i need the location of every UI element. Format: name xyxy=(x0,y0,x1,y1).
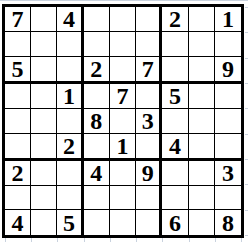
sudoku-cell-r7c2[interactable] xyxy=(31,161,57,186)
spreadsheet-gridline-stub-right xyxy=(245,108,248,109)
sudoku-cell-r8c5[interactable] xyxy=(110,186,136,211)
spreadsheet-gridline-stub-bottom xyxy=(5,238,6,242)
sudoku-cell-r7c7[interactable] xyxy=(162,161,188,186)
spreadsheet-gridline-stub-bottom xyxy=(241,238,242,242)
sudoku-cell-r2c7[interactable] xyxy=(162,32,188,57)
sudoku-cell-r6c9[interactable] xyxy=(215,134,241,161)
sudoku-cell-r8c1[interactable] xyxy=(5,186,31,211)
sudoku-cell-r7c6[interactable]: 9 xyxy=(136,161,162,186)
sudoku-cell-r8c2[interactable] xyxy=(31,186,57,211)
spreadsheet-gridline-stub-right xyxy=(245,184,248,185)
sudoku-cell-r3c5[interactable] xyxy=(110,57,136,84)
sudoku-cell-r6c6[interactable] xyxy=(136,134,162,161)
sudoku-cell-r4c5[interactable]: 7 xyxy=(110,84,136,109)
sudoku-cell-r6c1[interactable] xyxy=(5,134,31,161)
sudoku-screenshot: 742152791758321424934568 xyxy=(0,0,248,242)
spreadsheet-gridline-top xyxy=(0,0,248,1)
sudoku-cell-r9c9[interactable]: 8 xyxy=(215,210,241,235)
sudoku-cell-r7c4[interactable]: 4 xyxy=(84,161,110,186)
spreadsheet-gridline-stub-right xyxy=(245,83,248,84)
spreadsheet-gridline-stub-right xyxy=(245,134,248,135)
sudoku-cell-r3c9[interactable]: 9 xyxy=(215,57,241,84)
sudoku-cell-r5c8[interactable] xyxy=(189,109,215,134)
spreadsheet-gridline-stub-right xyxy=(245,7,248,8)
spreadsheet-gridline-stub-right xyxy=(245,32,248,33)
sudoku-cell-r1c5[interactable] xyxy=(110,7,136,32)
sudoku-cell-r2c4[interactable] xyxy=(84,32,110,57)
sudoku-cell-r8c4[interactable] xyxy=(84,186,110,211)
sudoku-cell-r3c8[interactable] xyxy=(189,57,215,84)
spreadsheet-gridline-stub-bottom xyxy=(84,238,85,242)
sudoku-cell-r5c6[interactable]: 3 xyxy=(136,109,162,134)
sudoku-cell-r8c6[interactable] xyxy=(136,186,162,211)
sudoku-cell-r2c9[interactable] xyxy=(215,32,241,57)
sudoku-cell-r5c3[interactable] xyxy=(57,109,83,134)
spreadsheet-gridline-stub-right xyxy=(245,159,248,160)
sudoku-cell-r4c1[interactable] xyxy=(5,84,31,109)
sudoku-cell-r6c4[interactable] xyxy=(84,134,110,161)
sudoku-cell-r4c8[interactable] xyxy=(189,84,215,109)
sudoku-cell-r7c9[interactable]: 3 xyxy=(215,161,241,186)
sudoku-cell-r4c6[interactable] xyxy=(136,84,162,109)
sudoku-cell-r4c2[interactable] xyxy=(31,84,57,109)
sudoku-cell-r9c2[interactable] xyxy=(31,210,57,235)
sudoku-cell-r8c3[interactable] xyxy=(57,186,83,211)
sudoku-cell-r3c4[interactable]: 2 xyxy=(84,57,110,84)
sudoku-cell-r8c9[interactable] xyxy=(215,186,241,211)
sudoku-cell-r2c5[interactable] xyxy=(110,32,136,57)
sudoku-cell-r5c9[interactable] xyxy=(215,109,241,134)
sudoku-cell-r4c9[interactable] xyxy=(215,84,241,109)
spreadsheet-gridline-stub-bottom xyxy=(162,238,163,242)
sudoku-cell-r8c8[interactable] xyxy=(189,186,215,211)
sudoku-cell-r9c5[interactable] xyxy=(110,210,136,235)
spreadsheet-gridline-stub-right xyxy=(245,58,248,59)
sudoku-cell-r1c8[interactable] xyxy=(189,7,215,32)
sudoku-cell-r3c1[interactable]: 5 xyxy=(5,57,31,84)
sudoku-cell-r1c7[interactable]: 2 xyxy=(162,7,188,32)
sudoku-cell-r1c6[interactable] xyxy=(136,7,162,32)
spreadsheet-gridline-stub-right xyxy=(245,210,248,211)
sudoku-cell-r9c6[interactable] xyxy=(136,210,162,235)
sudoku-cell-r9c3[interactable]: 5 xyxy=(57,210,83,235)
sudoku-cell-r7c3[interactable] xyxy=(57,161,83,186)
sudoku-cell-r9c1[interactable]: 4 xyxy=(5,210,31,235)
sudoku-cell-r5c5[interactable] xyxy=(110,109,136,134)
sudoku-cell-r5c4[interactable]: 8 xyxy=(84,109,110,134)
spreadsheet-gridline-stub-bottom xyxy=(189,238,190,242)
spreadsheet-gridline-stub-bottom xyxy=(215,238,216,242)
sudoku-cell-r3c7[interactable] xyxy=(162,57,188,84)
sudoku-cell-r8c7[interactable] xyxy=(162,186,188,211)
sudoku-cell-r1c2[interactable] xyxy=(31,7,57,32)
sudoku-cell-r9c7[interactable]: 6 xyxy=(162,210,188,235)
sudoku-cell-r2c3[interactable] xyxy=(57,32,83,57)
sudoku-cell-r4c3[interactable]: 1 xyxy=(57,84,83,109)
sudoku-board: 742152791758321424934568 xyxy=(2,4,244,238)
sudoku-cell-r1c9[interactable]: 1 xyxy=(215,7,241,32)
spreadsheet-gridline-stub-bottom xyxy=(110,238,111,242)
sudoku-cell-r2c8[interactable] xyxy=(189,32,215,57)
sudoku-cell-r1c4[interactable] xyxy=(84,7,110,32)
sudoku-cell-r5c1[interactable] xyxy=(5,109,31,134)
sudoku-cell-r4c4[interactable] xyxy=(84,84,110,109)
sudoku-cell-r3c3[interactable] xyxy=(57,57,83,84)
sudoku-cell-r9c8[interactable] xyxy=(189,210,215,235)
spreadsheet-gridline-stub-bottom xyxy=(136,238,137,242)
sudoku-cell-r3c2[interactable] xyxy=(31,57,57,84)
sudoku-cell-r6c3[interactable]: 2 xyxy=(57,134,83,161)
spreadsheet-gridline-stub-bottom xyxy=(31,238,32,242)
sudoku-cell-r6c8[interactable] xyxy=(189,134,215,161)
sudoku-cell-r6c5[interactable]: 1 xyxy=(110,134,136,161)
sudoku-cell-r7c1[interactable]: 2 xyxy=(5,161,31,186)
sudoku-cell-r9c4[interactable] xyxy=(84,210,110,235)
sudoku-cell-r2c1[interactable] xyxy=(5,32,31,57)
spreadsheet-gridline-stub-bottom xyxy=(57,238,58,242)
sudoku-cell-r3c6[interactable]: 7 xyxy=(136,57,162,84)
sudoku-cell-r6c7[interactable]: 4 xyxy=(162,134,188,161)
sudoku-cell-r4c7[interactable]: 5 xyxy=(162,84,188,109)
sudoku-cell-r2c2[interactable] xyxy=(31,32,57,57)
sudoku-cell-r5c2[interactable] xyxy=(31,109,57,134)
sudoku-cell-r1c3[interactable]: 4 xyxy=(57,7,83,32)
sudoku-cell-r1c1[interactable]: 7 xyxy=(5,7,31,32)
sudoku-cell-r6c2[interactable] xyxy=(31,134,57,161)
spreadsheet-gridline-stub-right xyxy=(245,235,248,236)
sudoku-cell-r7c8[interactable] xyxy=(189,161,215,186)
sudoku-cell-r5c7[interactable] xyxy=(162,109,188,134)
sudoku-cell-r2c6[interactable] xyxy=(136,32,162,57)
sudoku-cell-r7c5[interactable] xyxy=(110,161,136,186)
